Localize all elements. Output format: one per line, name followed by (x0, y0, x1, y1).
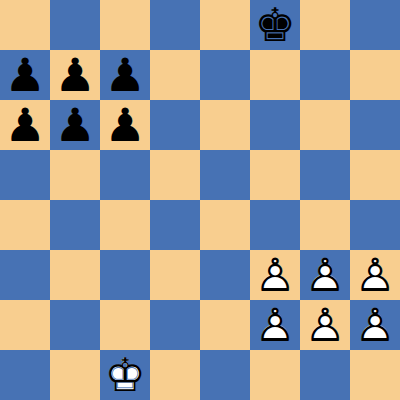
square-d6[interactable] (150, 100, 200, 150)
square-f6[interactable] (250, 100, 300, 150)
piece-black-pawn[interactable]: ♟ (50, 50, 100, 100)
square-e3[interactable] (200, 250, 250, 300)
square-h7[interactable] (350, 50, 400, 100)
square-c8[interactable] (100, 0, 150, 50)
square-a6[interactable]: ♟ (0, 100, 50, 150)
square-h4[interactable] (350, 200, 400, 250)
piece-glyph-fill: ♟ (100, 50, 150, 100)
square-c1[interactable]: ♚♔ (100, 350, 150, 400)
piece-glyph-outline: ♔ (100, 350, 150, 400)
square-d5[interactable] (150, 150, 200, 200)
piece-glyph-fill: ♟ (100, 100, 150, 150)
square-c7[interactable]: ♟ (100, 50, 150, 100)
piece-black-pawn[interactable]: ♟ (0, 50, 50, 100)
piece-glyph-outline: ♙ (300, 300, 350, 350)
square-b2[interactable] (50, 300, 100, 350)
square-e1[interactable] (200, 350, 250, 400)
square-e7[interactable] (200, 50, 250, 100)
square-e2[interactable] (200, 300, 250, 350)
square-a8[interactable] (0, 0, 50, 50)
square-g8[interactable] (300, 0, 350, 50)
square-e5[interactable] (200, 150, 250, 200)
piece-glyph-fill: ♟ (0, 50, 50, 100)
piece-white-pawn[interactable]: ♟♙ (350, 300, 400, 350)
square-d1[interactable] (150, 350, 200, 400)
square-f5[interactable] (250, 150, 300, 200)
piece-glyph-fill: ♟ (50, 50, 100, 100)
square-b3[interactable] (50, 250, 100, 300)
piece-white-king[interactable]: ♚♔ (100, 350, 150, 400)
square-e6[interactable] (200, 100, 250, 150)
square-a1[interactable] (0, 350, 50, 400)
square-d7[interactable] (150, 50, 200, 100)
piece-glyph-outline: ♙ (250, 250, 300, 300)
square-h8[interactable] (350, 0, 400, 50)
piece-white-pawn[interactable]: ♟♙ (350, 250, 400, 300)
piece-glyph-fill: ♚ (250, 0, 300, 50)
square-a5[interactable] (0, 150, 50, 200)
square-b4[interactable] (50, 200, 100, 250)
square-h1[interactable] (350, 350, 400, 400)
square-g5[interactable] (300, 150, 350, 200)
square-g4[interactable] (300, 200, 350, 250)
square-d2[interactable] (150, 300, 200, 350)
square-c2[interactable] (100, 300, 150, 350)
square-e4[interactable] (200, 200, 250, 250)
piece-black-pawn[interactable]: ♟ (100, 100, 150, 150)
square-c6[interactable]: ♟ (100, 100, 150, 150)
square-h5[interactable] (350, 150, 400, 200)
piece-black-pawn[interactable]: ♟ (0, 100, 50, 150)
square-a3[interactable] (0, 250, 50, 300)
square-c5[interactable] (100, 150, 150, 200)
piece-white-pawn[interactable]: ♟♙ (300, 300, 350, 350)
piece-black-king[interactable]: ♚ (250, 0, 300, 50)
square-a7[interactable]: ♟ (0, 50, 50, 100)
piece-white-pawn[interactable]: ♟♙ (250, 250, 300, 300)
piece-white-pawn[interactable]: ♟♙ (300, 250, 350, 300)
square-g1[interactable] (300, 350, 350, 400)
square-f3[interactable]: ♟♙ (250, 250, 300, 300)
square-f8[interactable]: ♚ (250, 0, 300, 50)
piece-glyph-outline: ♙ (350, 300, 400, 350)
square-h6[interactable] (350, 100, 400, 150)
square-g7[interactable] (300, 50, 350, 100)
piece-glyph-fill: ♟ (50, 100, 100, 150)
square-g2[interactable]: ♟♙ (300, 300, 350, 350)
square-b5[interactable] (50, 150, 100, 200)
square-a2[interactable] (0, 300, 50, 350)
square-g3[interactable]: ♟♙ (300, 250, 350, 300)
square-h2[interactable]: ♟♙ (350, 300, 400, 350)
piece-black-pawn[interactable]: ♟ (100, 50, 150, 100)
square-d4[interactable] (150, 200, 200, 250)
square-a4[interactable] (0, 200, 50, 250)
square-d3[interactable] (150, 250, 200, 300)
square-f2[interactable]: ♟♙ (250, 300, 300, 350)
piece-black-pawn[interactable]: ♟ (50, 100, 100, 150)
piece-glyph-outline: ♙ (300, 250, 350, 300)
square-b7[interactable]: ♟ (50, 50, 100, 100)
chess-board: ♚♟♟♟♟♟♟♟♙♟♙♟♙♟♙♟♙♟♙♚♔ (0, 0, 400, 400)
square-f4[interactable] (250, 200, 300, 250)
square-b8[interactable] (50, 0, 100, 50)
square-c3[interactable] (100, 250, 150, 300)
square-c4[interactable] (100, 200, 150, 250)
square-g6[interactable] (300, 100, 350, 150)
square-d8[interactable] (150, 0, 200, 50)
square-f1[interactable] (250, 350, 300, 400)
piece-glyph-outline: ♙ (350, 250, 400, 300)
square-b1[interactable] (50, 350, 100, 400)
piece-glyph-fill: ♟ (0, 100, 50, 150)
square-f7[interactable] (250, 50, 300, 100)
square-e8[interactable] (200, 0, 250, 50)
square-h3[interactable]: ♟♙ (350, 250, 400, 300)
piece-glyph-outline: ♙ (250, 300, 300, 350)
square-b6[interactable]: ♟ (50, 100, 100, 150)
piece-white-pawn[interactable]: ♟♙ (250, 300, 300, 350)
